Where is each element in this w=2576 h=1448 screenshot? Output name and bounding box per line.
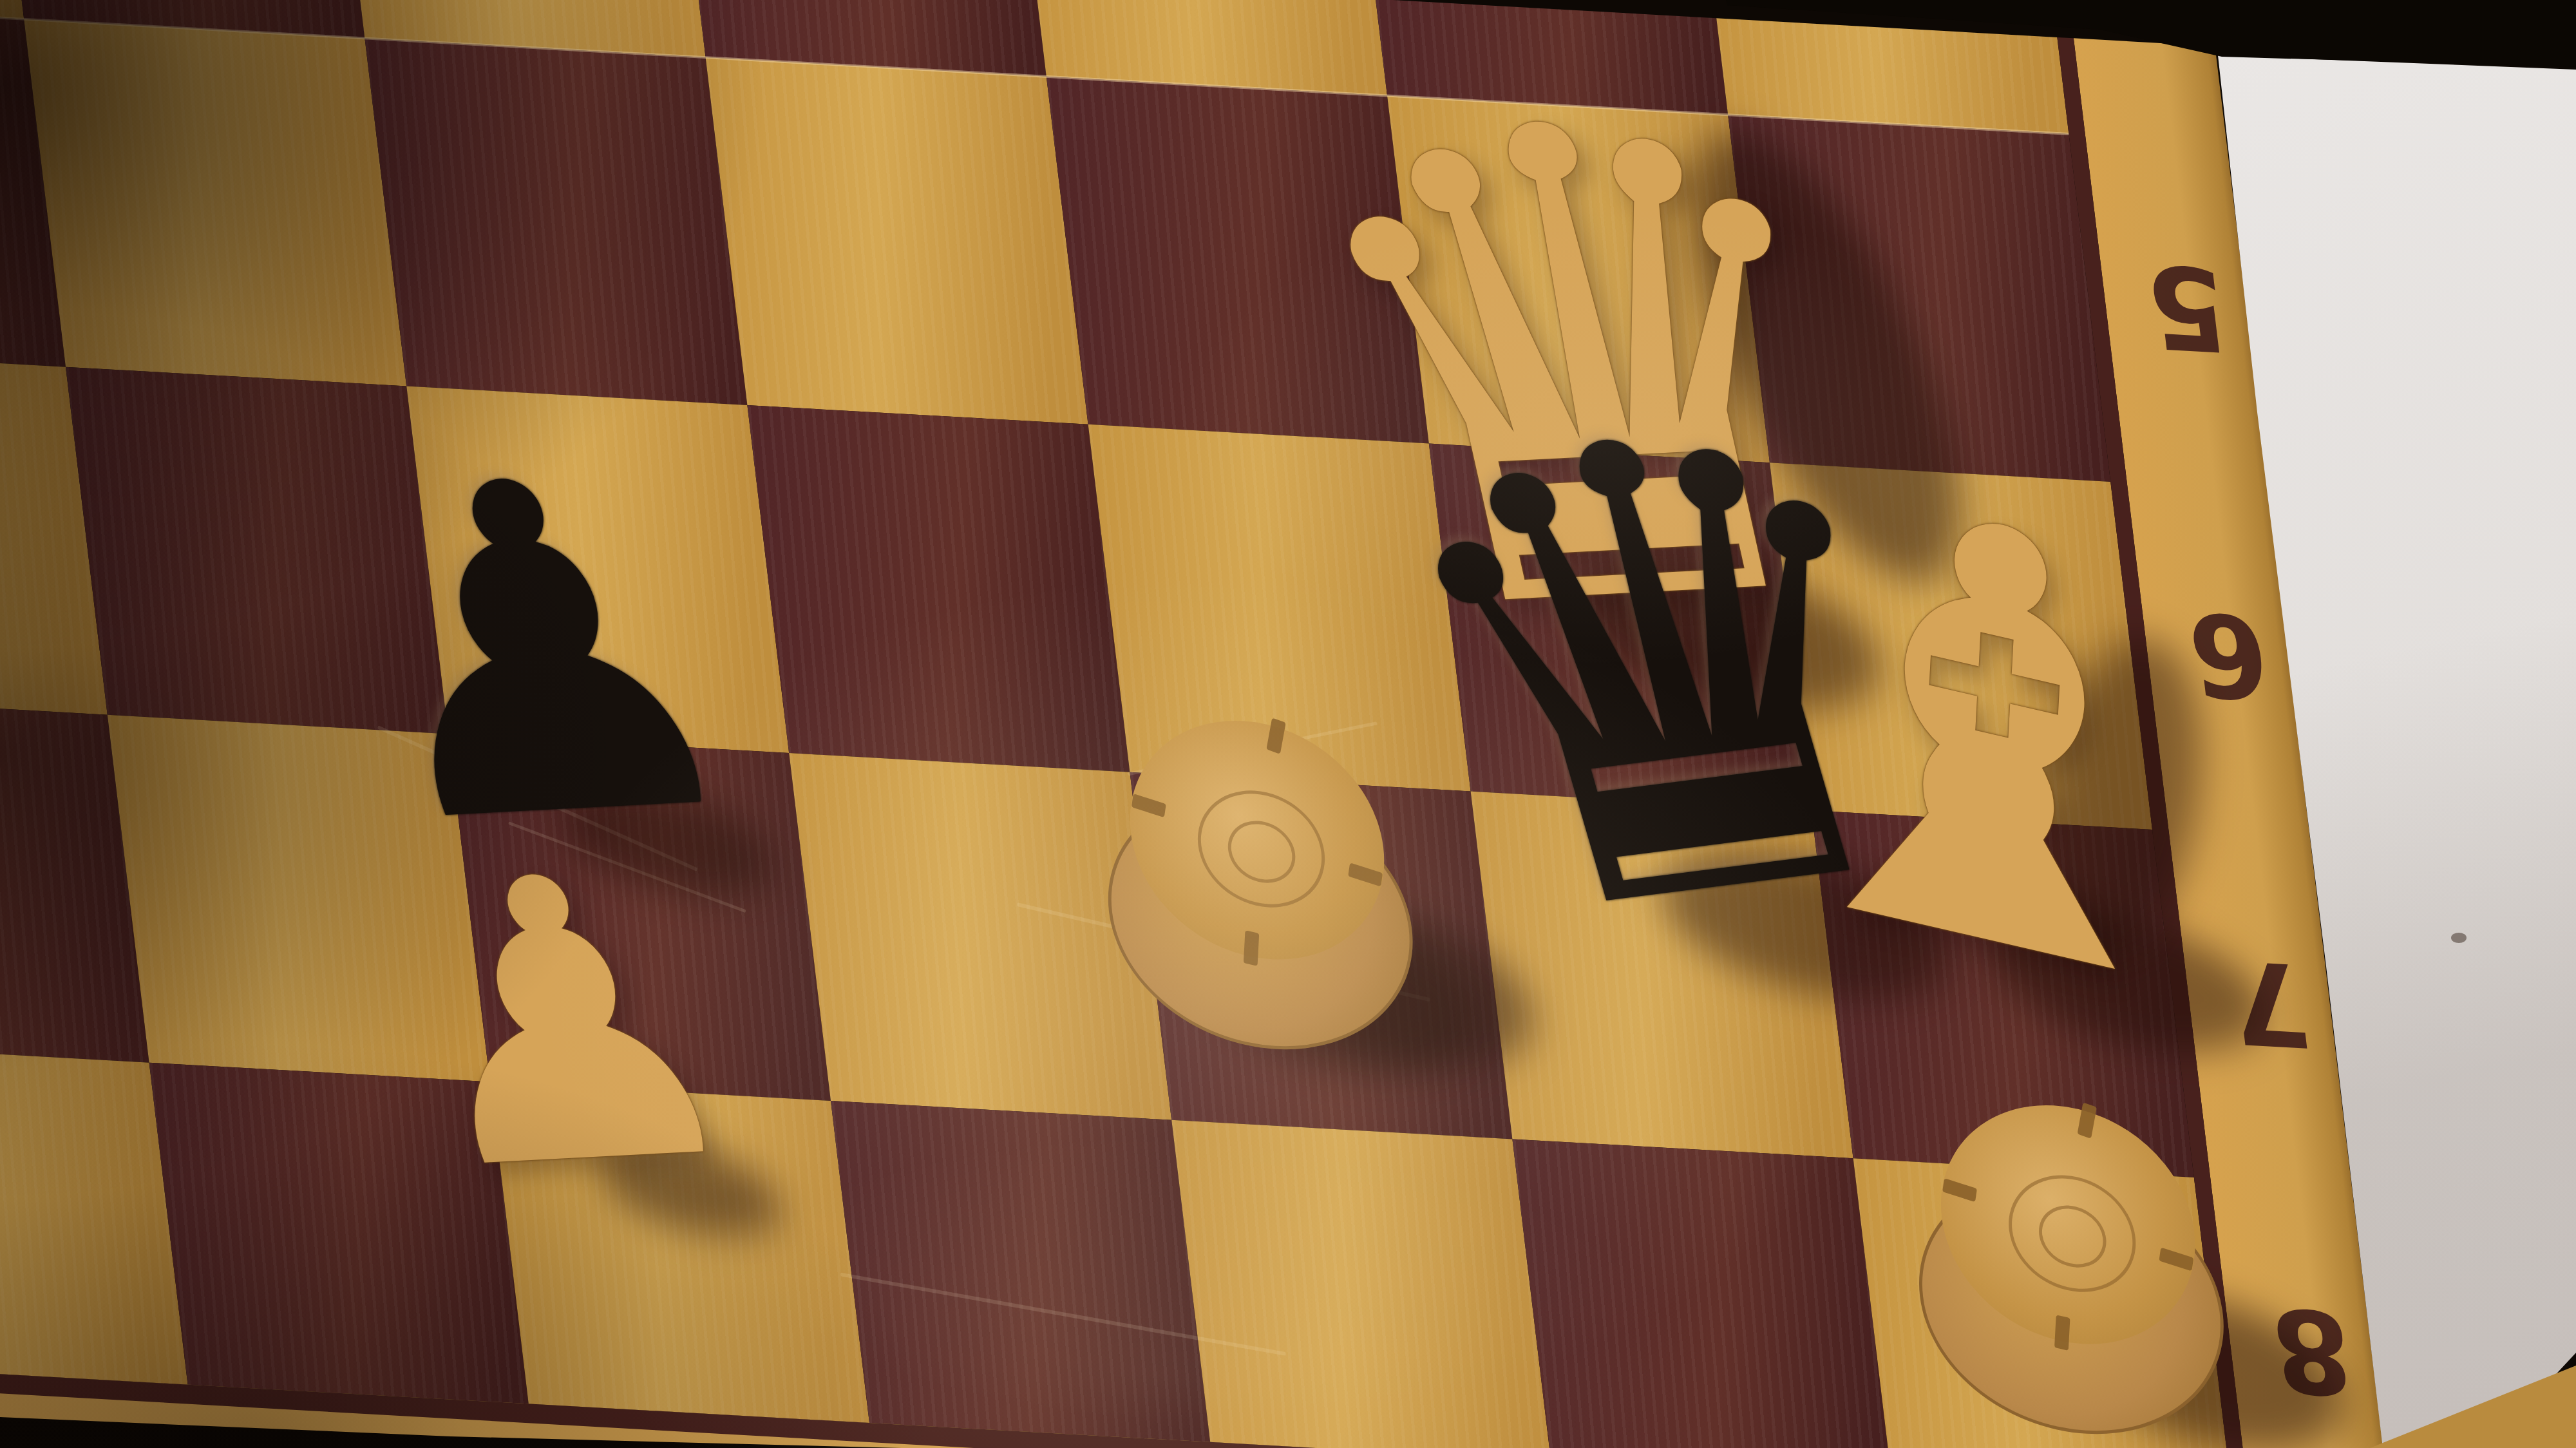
square-b8 (1512, 1139, 1891, 1448)
rank-label-5: 5 (2118, 233, 2255, 381)
table-speck (2451, 933, 2467, 943)
rook-crenellation-notch (1348, 862, 1383, 886)
rook-crenellation-notch (2159, 1247, 2193, 1271)
board-squares (0, 0, 2215, 46)
chess-board: 5678 ♛♛♝♟♟ (0, 0, 2402, 1448)
square-d8 (831, 1101, 1210, 1442)
white-bishop-a7: ♝ (1720, 401, 2262, 1085)
square-f5 (24, 19, 406, 386)
rook-crenellation-notch (1244, 930, 1259, 966)
square-c8 (1171, 1120, 1551, 1448)
file-letter-fragment (565, 1442, 612, 1448)
square-e5 (365, 38, 747, 405)
square-d5 (706, 57, 1088, 424)
rook-crenellation-notch (2054, 1315, 2070, 1351)
rook-crenellation-notch (1942, 1178, 1977, 1202)
rook-crenellation-notch (1132, 794, 1166, 817)
square-d6 (747, 405, 1130, 772)
